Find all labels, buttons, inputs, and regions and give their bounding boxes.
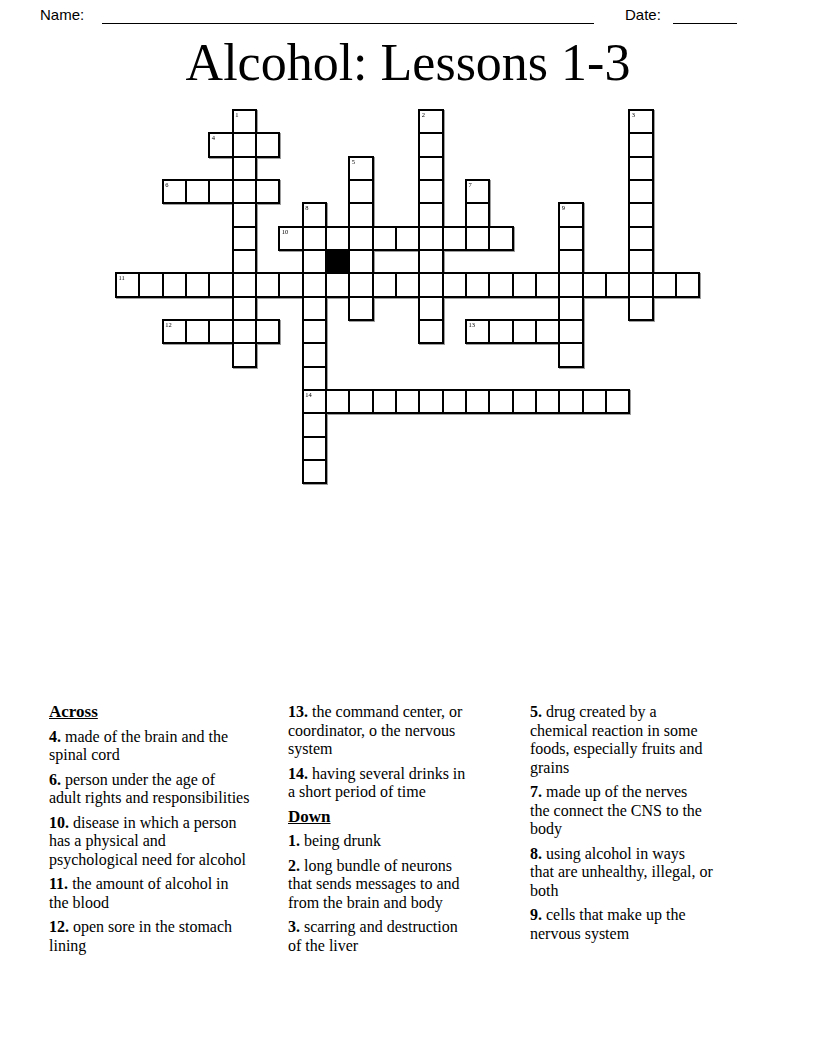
grid-cell-r3c3[interactable] [186, 180, 209, 203]
grid-cell-r7c19[interactable] [559, 273, 582, 296]
grid-cell-r13c8[interactable] [303, 413, 326, 436]
cell-number-2: 2 [422, 111, 425, 119]
grid-cell-r9c17[interactable] [513, 320, 536, 343]
clue-column-3: 5. drug created by a chemical reaction i… [530, 703, 776, 949]
clue-number-label: 2. [288, 857, 300, 874]
grid-cell-r12c13[interactable] [419, 390, 442, 413]
date-blank-line[interactable] [673, 23, 737, 24]
cell-number-13: 13 [468, 321, 475, 329]
clue-number-label: 9. [530, 906, 542, 923]
grid-cell-r2c10[interactable]: 5 [349, 157, 372, 180]
clue-section-header-across: Across [49, 703, 295, 722]
grid-cell-r7c21[interactable] [606, 273, 629, 296]
clue-down-1: 1. being drunk [288, 832, 534, 851]
grid-cell-r5c13[interactable] [419, 227, 442, 250]
clue-number-label: 10. [49, 814, 69, 831]
grid-cell-r12c9[interactable] [326, 390, 349, 413]
grid-cell-r1c5[interactable] [233, 133, 256, 156]
grid-cell-r12c10[interactable] [349, 390, 372, 413]
grid-cell-r5c15[interactable] [466, 227, 489, 250]
clue-number-label: 13. [288, 703, 308, 720]
clue-text: scarring and destruction of the liver [288, 918, 458, 954]
grid-cell-r9c5[interactable] [233, 320, 256, 343]
clue-text: disease in which a person has a physical… [49, 814, 246, 868]
grid-cell-r6c10[interactable] [349, 250, 372, 273]
grid-cell-r7c7[interactable] [279, 273, 302, 296]
grid-cell-r11c8[interactable] [303, 367, 326, 390]
clue-text: long bundle of neurons that sends messag… [288, 857, 460, 911]
grid-cell-r7c15[interactable] [466, 273, 489, 296]
grid-cell-r9c8[interactable] [303, 320, 326, 343]
grid-cell-r8c8[interactable] [303, 297, 326, 320]
grid-cell-r9c6[interactable] [256, 320, 279, 343]
grid-cell-r7c0[interactable]: 11 [116, 273, 139, 296]
grid-cell-r1c13[interactable] [419, 133, 442, 156]
cell-number-10: 10 [282, 228, 289, 236]
grid-cell-r5c9[interactable] [326, 227, 349, 250]
cell-number-8: 8 [305, 204, 308, 212]
grid-cell-r4c10[interactable] [349, 203, 372, 226]
grid-cell-r12c12[interactable] [396, 390, 419, 413]
grid-cell-r7c20[interactable] [583, 273, 606, 296]
cell-number-14: 14 [305, 391, 312, 399]
grid-cell-r6c19[interactable] [559, 250, 582, 273]
page-title: Alcohol: Lessons 1-3 [0, 36, 816, 90]
clue-number-label: 11. [49, 875, 68, 892]
grid-cell-r9c18[interactable] [536, 320, 559, 343]
grid-cell-r5c7[interactable]: 10 [279, 227, 302, 250]
clue-across-12: 12. open sore in the stomach lining [49, 918, 295, 955]
grid-cell-r0c13[interactable]: 2 [419, 110, 442, 133]
grid-cell-r7c3[interactable] [186, 273, 209, 296]
grid-cell-r7c23[interactable] [653, 273, 676, 296]
grid-cell-r7c5[interactable] [233, 273, 256, 296]
grid-cell-r4c19[interactable]: 9 [559, 203, 582, 226]
grid-cell-r8c19[interactable] [559, 297, 582, 320]
grid-cell-r4c22[interactable] [629, 203, 652, 226]
grid-cell-r3c15[interactable]: 7 [466, 180, 489, 203]
grid-cell-r10c8[interactable] [303, 343, 326, 366]
clue-section-header-down: Down [288, 808, 534, 827]
clue-column-2: 13. the command center, or coordinator, … [288, 703, 534, 961]
grid-cell-r7c14[interactable] [443, 273, 466, 296]
clue-number-label: 12. [49, 918, 69, 935]
clue-number-label: 7. [530, 783, 542, 800]
grid-cell-r7c24[interactable] [676, 273, 699, 296]
grid-cell-r9c16[interactable] [489, 320, 512, 343]
clue-text: the amount of alcohol in the blood [49, 875, 229, 911]
grid-cell-r8c22[interactable] [629, 297, 652, 320]
grid-cell-r6c22[interactable] [629, 250, 652, 273]
grid-cell-r12c21[interactable] [606, 390, 629, 413]
grid-cell-r12c8[interactable]: 14 [303, 390, 326, 413]
clue-down-7: 7. made up of the nerves the connect the… [530, 783, 776, 839]
grid-cell-r1c22[interactable] [629, 133, 652, 156]
cell-number-3: 3 [632, 111, 635, 119]
grid-cell-r15c8[interactable] [303, 460, 326, 483]
clue-number-label: 8. [530, 845, 542, 862]
grid-cell-r3c22[interactable] [629, 180, 652, 203]
grid-cell-r4c13[interactable] [419, 203, 442, 226]
grid-cell-r5c14[interactable] [443, 227, 466, 250]
cell-number-7: 7 [468, 181, 471, 189]
clue-text: open sore in the stomach lining [49, 918, 232, 954]
grid-cell-r5c19[interactable] [559, 227, 582, 250]
grid-cell-r3c5[interactable] [233, 180, 256, 203]
grid-cell-r9c3[interactable] [186, 320, 209, 343]
grid-cell-r1c4[interactable]: 4 [209, 133, 232, 156]
clue-down-5: 5. drug created by a chemical reaction i… [530, 703, 776, 777]
grid-cell-r7c12[interactable] [396, 273, 419, 296]
clue-across-13: 13. the command center, or coordinator, … [288, 703, 534, 759]
grid-cell-r2c22[interactable] [629, 157, 652, 180]
grid-cell-r9c4[interactable] [209, 320, 232, 343]
grid-cell-r3c2[interactable]: 6 [163, 180, 186, 203]
grid-cell-r0c5[interactable]: 1 [233, 110, 256, 133]
clue-text: the command center, or coordinator, o th… [288, 703, 462, 757]
clue-text: person under the age of adult rights and… [49, 771, 249, 807]
grid-cell-r7c16[interactable] [489, 273, 512, 296]
clue-text: using alcohol in ways that are unhealthy… [530, 845, 713, 899]
grid-cell-r9c13[interactable] [419, 320, 442, 343]
grid-cell-r1c6[interactable] [256, 133, 279, 156]
worksheet-page: { "game": "crossword", "title": "Alcohol… [0, 0, 816, 1056]
grid-cell-r10c19[interactable] [559, 343, 582, 366]
grid-cell-r6c5[interactable] [233, 250, 256, 273]
grid-cell-r2c13[interactable] [419, 157, 442, 180]
grid-cell-r4c8[interactable]: 8 [303, 203, 326, 226]
grid-cell-r9c15[interactable]: 13 [466, 320, 489, 343]
clue-number-label: 3. [288, 918, 300, 935]
clue-text: drug created by a chemical reaction in s… [530, 703, 702, 776]
grid-cell-r3c6[interactable] [256, 180, 279, 203]
clue-down-9: 9. cells that make up the nervous system [530, 906, 776, 943]
grid-cell-r7c2[interactable] [163, 273, 186, 296]
grid-cell-r6c13[interactable] [419, 250, 442, 273]
grid-cell-r9c19[interactable] [559, 320, 582, 343]
clue-across-14: 14. having several drinks in a short per… [288, 765, 534, 802]
grid-cell-r5c10[interactable] [349, 227, 372, 250]
grid-cell-r7c9[interactable] [326, 273, 349, 296]
grid-cell-r4c5[interactable] [233, 203, 256, 226]
clue-column-1: Across4. made of the brain and the spina… [49, 703, 295, 961]
grid-cell-r5c8[interactable] [303, 227, 326, 250]
clue-number-label: 1. [288, 832, 300, 849]
grid-cell-r14c8[interactable] [303, 437, 326, 460]
grid-cell-r8c5[interactable] [233, 297, 256, 320]
grid-cell-r7c6[interactable] [256, 273, 279, 296]
clue-down-3: 3. scarring and destruction of the liver [288, 918, 534, 955]
clue-number-label: 5. [530, 703, 542, 720]
black-cell [326, 250, 349, 273]
grid-cell-r7c8[interactable] [303, 273, 326, 296]
name-label: Name: [40, 6, 84, 23]
grid-cell-r7c18[interactable] [536, 273, 559, 296]
clue-text: cells that make up the nervous system [530, 906, 686, 942]
grid-cell-r12c20[interactable] [583, 390, 606, 413]
crossword-grid: 1234567891011121314 [116, 110, 699, 483]
grid-cell-r7c17[interactable] [513, 273, 536, 296]
grid-cell-r12c16[interactable] [489, 390, 512, 413]
grid-cell-r3c10[interactable] [349, 180, 372, 203]
grid-cell-r10c5[interactable] [233, 343, 256, 366]
grid-cell-r2c5[interactable] [233, 157, 256, 180]
cell-number-6: 6 [165, 181, 168, 189]
grid-cell-r4c15[interactable] [466, 203, 489, 226]
clue-across-11: 11. the amount of alcohol in the blood [49, 875, 295, 912]
name-blank-line[interactable] [102, 23, 594, 24]
grid-cell-r12c18[interactable] [536, 390, 559, 413]
grid-cell-r7c11[interactable] [373, 273, 396, 296]
grid-cell-r5c16[interactable] [489, 227, 512, 250]
clue-text: made of the brain and the spinal cord [49, 728, 228, 764]
grid-cell-r8c10[interactable] [349, 297, 372, 320]
cell-number-1: 1 [235, 111, 238, 119]
clue-across-10: 10. disease in which a person has a phys… [49, 814, 295, 870]
grid-cell-r5c11[interactable] [373, 227, 396, 250]
cell-number-5: 5 [352, 158, 355, 166]
grid-cell-r7c22[interactable] [629, 273, 652, 296]
clue-number-label: 4. [49, 728, 61, 745]
grid-cell-r5c5[interactable] [233, 227, 256, 250]
grid-cell-r5c12[interactable] [396, 227, 419, 250]
grid-cell-r6c8[interactable] [303, 250, 326, 273]
cell-number-4: 4 [212, 134, 215, 142]
grid-cell-r12c11[interactable] [373, 390, 396, 413]
grid-cell-r9c2[interactable]: 12 [163, 320, 186, 343]
grid-cell-r7c1[interactable] [139, 273, 162, 296]
clue-down-8: 8. using alcohol in ways that are unheal… [530, 845, 776, 901]
grid-cell-r12c15[interactable] [466, 390, 489, 413]
clue-down-2: 2. long bundle of neurons that sends mes… [288, 857, 534, 913]
grid-cell-r12c14[interactable] [443, 390, 466, 413]
clue-number-label: 14. [288, 765, 308, 782]
clue-text: made up of the nerves the connect the CN… [530, 783, 702, 837]
cell-number-12: 12 [165, 321, 172, 329]
grid-cell-r7c4[interactable] [209, 273, 232, 296]
clue-text: having several drinks in a short period … [288, 765, 465, 801]
grid-cell-r7c10[interactable] [349, 273, 372, 296]
clue-number-label: 6. [49, 771, 61, 788]
clue-across-4: 4. made of the brain and the spinal cord [49, 728, 295, 765]
grid-cell-r12c19[interactable] [559, 390, 582, 413]
grid-cell-r12c17[interactable] [513, 390, 536, 413]
grid-cell-r3c13[interactable] [419, 180, 442, 203]
clue-text: being drunk [300, 832, 381, 849]
grid-cell-r3c4[interactable] [209, 180, 232, 203]
grid-cell-r5c22[interactable] [629, 227, 652, 250]
cell-number-9: 9 [562, 204, 565, 212]
grid-cell-r8c13[interactable] [419, 297, 442, 320]
grid-cell-r7c13[interactable] [419, 273, 442, 296]
cell-number-11: 11 [119, 274, 125, 282]
grid-cell-r0c22[interactable]: 3 [629, 110, 652, 133]
clue-across-6: 6. person under the age of adult rights … [49, 771, 295, 808]
date-label: Date: [625, 6, 661, 23]
